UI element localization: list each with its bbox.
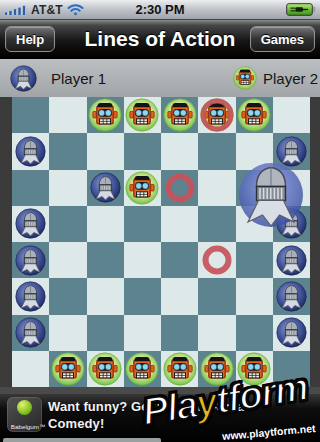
- square-e1[interactable]: [161, 351, 198, 387]
- square-b2[interactable]: [49, 315, 86, 351]
- knight-piece[interactable]: [12, 315, 49, 351]
- square-b7[interactable]: [49, 133, 86, 169]
- help-button[interactable]: Help: [5, 26, 55, 52]
- square-h8[interactable]: [273, 97, 310, 133]
- square-g2[interactable]: [236, 315, 273, 351]
- square-b6[interactable]: [49, 170, 86, 206]
- knight-piece[interactable]: [12, 242, 49, 278]
- knight-piece[interactable]: [12, 133, 49, 169]
- square-a7[interactable]: [12, 133, 49, 169]
- square-e3[interactable]: [161, 278, 198, 314]
- square-g8[interactable]: [236, 97, 273, 133]
- square-a1[interactable]: [12, 351, 49, 387]
- square-a2[interactable]: [12, 315, 49, 351]
- legal-move-ring[interactable]: [202, 246, 231, 275]
- square-f8[interactable]: [198, 97, 235, 133]
- robot-piece[interactable]: [198, 351, 235, 387]
- square-b4[interactable]: [49, 242, 86, 278]
- square-e8[interactable]: [161, 97, 198, 133]
- square-a6[interactable]: [12, 170, 49, 206]
- robot-piece[interactable]: [124, 351, 161, 387]
- square-h2[interactable]: [273, 315, 310, 351]
- ad-text-line1: Want funny? Get SMART—Smar: [48, 398, 249, 415]
- battery-charging-icon: [286, 3, 316, 16]
- square-d3[interactable]: [124, 278, 161, 314]
- square-c4[interactable]: [87, 242, 124, 278]
- legal-move-ring[interactable]: [200, 99, 233, 132]
- carrier-label: AT&T: [31, 3, 63, 17]
- square-a8[interactable]: [12, 97, 49, 133]
- dragged-knight-icon: [237, 162, 305, 256]
- square-h3[interactable]: [273, 278, 310, 314]
- player-bar: Player 1 Player 2: [0, 58, 320, 97]
- square-f5[interactable]: [198, 206, 235, 242]
- robot-piece[interactable]: [161, 97, 198, 133]
- ad-banner[interactable]: Babelgum™ Want funny? Get SMART—Smar Com…: [0, 394, 320, 442]
- square-f6[interactable]: [198, 170, 235, 206]
- knight-icon: [10, 65, 37, 92]
- robot-piece[interactable]: [49, 351, 86, 387]
- babelgum-logo-icon: [17, 400, 32, 415]
- player1-indicator: Player 1: [10, 59, 106, 97]
- square-h1[interactable]: [273, 351, 310, 387]
- square-c2[interactable]: [87, 315, 124, 351]
- square-g1[interactable]: [236, 351, 273, 387]
- square-d8[interactable]: [124, 97, 161, 133]
- square-b8[interactable]: [49, 97, 86, 133]
- square-e7[interactable]: [161, 133, 198, 169]
- square-d7[interactable]: [124, 133, 161, 169]
- square-c5[interactable]: [87, 206, 124, 242]
- square-c1[interactable]: [87, 351, 124, 387]
- signal-bars-icon: [4, 4, 27, 16]
- knight-piece[interactable]: [273, 278, 310, 314]
- square-g3[interactable]: [236, 278, 273, 314]
- knight-piece[interactable]: [273, 315, 310, 351]
- player2-label: Player 2: [263, 70, 318, 87]
- square-c8[interactable]: [87, 97, 124, 133]
- square-c7[interactable]: [87, 133, 124, 169]
- knight-piece[interactable]: [12, 206, 49, 242]
- games-button[interactable]: Games: [250, 26, 315, 52]
- square-e4[interactable]: [161, 242, 198, 278]
- robot-piece[interactable]: [236, 97, 273, 133]
- square-e5[interactable]: [161, 206, 198, 242]
- screen: AT&T 2:30 PM: [0, 0, 320, 442]
- robot-piece[interactable]: [87, 351, 124, 387]
- square-f2[interactable]: [198, 315, 235, 351]
- square-d4[interactable]: [124, 242, 161, 278]
- square-f7[interactable]: [198, 133, 235, 169]
- knight-piece[interactable]: [87, 170, 124, 206]
- board-bottom-margin: [0, 387, 320, 394]
- player1-label: Player 1: [51, 70, 106, 87]
- square-a3[interactable]: [12, 278, 49, 314]
- square-f3[interactable]: [198, 278, 235, 314]
- wifi-icon: [67, 3, 84, 16]
- square-d5[interactable]: [124, 206, 161, 242]
- robot-icon: [233, 66, 257, 90]
- square-c6[interactable]: [87, 170, 124, 206]
- ad-text-line2: Comedy!: [48, 415, 249, 432]
- board-area: [0, 97, 320, 387]
- status-bar: AT&T 2:30 PM: [0, 0, 320, 20]
- square-e2[interactable]: [161, 315, 198, 351]
- square-d6[interactable]: [124, 170, 161, 206]
- square-a5[interactable]: [12, 206, 49, 242]
- ad-bottom-strip: [3, 438, 161, 442]
- player2-indicator: Player 2: [233, 59, 318, 97]
- square-f4[interactable]: [198, 242, 235, 278]
- navigation-bar: Help Lines of Action Games: [0, 20, 320, 58]
- legal-move-ring[interactable]: [165, 173, 194, 202]
- robot-piece[interactable]: [124, 97, 161, 133]
- dragged-knight-piece[interactable]: [237, 162, 305, 256]
- robot-piece[interactable]: [124, 170, 161, 206]
- robot-piece[interactable]: [161, 351, 198, 387]
- babelgum-app-icon[interactable]: Babelgum™: [7, 397, 42, 432]
- square-b3[interactable]: [49, 278, 86, 314]
- square-e6[interactable]: [161, 170, 198, 206]
- square-a4[interactable]: [12, 242, 49, 278]
- square-d2[interactable]: [124, 315, 161, 351]
- robot-piece[interactable]: [87, 97, 124, 133]
- robot-piece[interactable]: [236, 351, 273, 387]
- square-c3[interactable]: [87, 278, 124, 314]
- square-d1[interactable]: [124, 351, 161, 387]
- babelgum-label: Babelgum™: [11, 424, 38, 431]
- square-b1[interactable]: [49, 351, 86, 387]
- knight-piece[interactable]: [12, 278, 49, 314]
- square-f1[interactable]: [198, 351, 235, 387]
- square-b5[interactable]: [49, 206, 86, 242]
- ad-text[interactable]: Want funny? Get SMART—Smar Comedy!: [48, 398, 249, 432]
